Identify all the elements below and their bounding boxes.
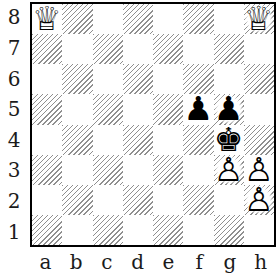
- square-f8[interactable]: [183, 4, 213, 34]
- rank-label-4: 4: [0, 125, 28, 156]
- square-b1[interactable]: [62, 215, 92, 245]
- piece-white-queen[interactable]: ♕: [244, 4, 274, 34]
- square-b2[interactable]: [62, 185, 92, 215]
- rank-label-1: 1: [0, 216, 28, 247]
- square-e2[interactable]: [153, 185, 183, 215]
- square-c6[interactable]: [93, 64, 123, 94]
- square-h7[interactable]: [244, 34, 274, 64]
- square-a7[interactable]: [32, 34, 62, 64]
- square-h6[interactable]: [244, 64, 274, 94]
- square-c8[interactable]: [93, 4, 123, 34]
- square-e7[interactable]: [153, 34, 183, 64]
- square-d4[interactable]: [123, 125, 153, 155]
- rank-label-5: 5: [0, 94, 28, 125]
- square-d8[interactable]: [123, 4, 153, 34]
- square-a8[interactable]: ♕: [32, 4, 62, 34]
- rank-label-7: 7: [0, 33, 28, 64]
- square-a6[interactable]: [32, 64, 62, 94]
- square-c1[interactable]: [93, 215, 123, 245]
- square-c5[interactable]: [93, 94, 123, 124]
- square-e8[interactable]: [153, 4, 183, 34]
- square-b8[interactable]: [62, 4, 92, 34]
- square-g8[interactable]: [214, 4, 244, 34]
- square-f5[interactable]: ♟: [183, 94, 213, 124]
- square-a1[interactable]: [32, 215, 62, 245]
- piece-white-pawn[interactable]: ♙: [244, 185, 274, 215]
- square-f2[interactable]: [183, 185, 213, 215]
- square-h8[interactable]: ♕: [244, 4, 274, 34]
- square-g7[interactable]: [214, 34, 244, 64]
- square-e6[interactable]: [153, 64, 183, 94]
- square-d3[interactable]: [123, 155, 153, 185]
- square-c4[interactable]: [93, 125, 123, 155]
- rank-label-6: 6: [0, 63, 28, 94]
- square-h5[interactable]: [244, 94, 274, 124]
- chess-diagram: 87654321 ♕♕♟♟♚♙♙♙ abcdefgh: [0, 0, 279, 279]
- piece-white-queen[interactable]: ♕: [32, 4, 62, 34]
- file-label-f: f: [184, 249, 215, 275]
- square-d5[interactable]: [123, 94, 153, 124]
- rank-label-2: 2: [0, 186, 28, 217]
- square-g1[interactable]: [214, 215, 244, 245]
- square-b6[interactable]: [62, 64, 92, 94]
- square-c3[interactable]: [93, 155, 123, 185]
- square-d2[interactable]: [123, 185, 153, 215]
- square-f7[interactable]: [183, 34, 213, 64]
- piece-black-pawn[interactable]: ♟: [183, 94, 213, 124]
- file-label-g: g: [215, 249, 246, 275]
- square-c2[interactable]: [93, 185, 123, 215]
- square-f1[interactable]: [183, 215, 213, 245]
- square-e1[interactable]: [153, 215, 183, 245]
- square-a4[interactable]: [32, 125, 62, 155]
- square-d7[interactable]: [123, 34, 153, 64]
- square-e3[interactable]: [153, 155, 183, 185]
- square-f4[interactable]: [183, 125, 213, 155]
- file-label-h: h: [245, 249, 276, 275]
- square-c7[interactable]: [93, 34, 123, 64]
- square-b7[interactable]: [62, 34, 92, 64]
- square-a3[interactable]: [32, 155, 62, 185]
- square-a5[interactable]: [32, 94, 62, 124]
- square-e5[interactable]: [153, 94, 183, 124]
- file-label-c: c: [92, 249, 123, 275]
- square-h2[interactable]: ♙: [244, 185, 274, 215]
- square-b5[interactable]: [62, 94, 92, 124]
- board: ♕♕♟♟♚♙♙♙: [30, 2, 276, 247]
- rank-label-3: 3: [0, 155, 28, 186]
- square-b3[interactable]: [62, 155, 92, 185]
- piece-white-pawn[interactable]: ♙: [214, 155, 244, 185]
- file-label-b: b: [61, 249, 92, 275]
- square-f3[interactable]: [183, 155, 213, 185]
- rank-label-8: 8: [0, 2, 28, 33]
- file-label-d: d: [122, 249, 153, 275]
- square-e4[interactable]: [153, 125, 183, 155]
- rank-labels: 87654321: [0, 2, 28, 247]
- square-d1[interactable]: [123, 215, 153, 245]
- file-label-a: a: [30, 249, 61, 275]
- square-g2[interactable]: [214, 185, 244, 215]
- square-h1[interactable]: [244, 215, 274, 245]
- square-g3[interactable]: ♙: [214, 155, 244, 185]
- square-a2[interactable]: [32, 185, 62, 215]
- square-d6[interactable]: [123, 64, 153, 94]
- file-labels: abcdefgh: [30, 249, 276, 275]
- file-label-e: e: [153, 249, 184, 275]
- square-b4[interactable]: [62, 125, 92, 155]
